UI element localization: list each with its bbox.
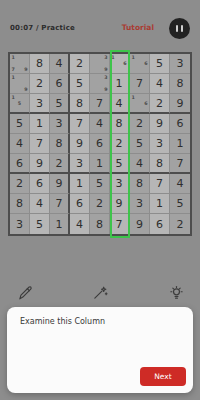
cell-r4c1[interactable]: 7 (30, 134, 50, 154)
cell-r4c8[interactable]: 1 (170, 134, 190, 154)
cell-r5c5[interactable]: 5 (110, 154, 130, 174)
cell-r4c5[interactable]: 2 (110, 134, 130, 154)
cell-r2c2[interactable]: 5 (50, 94, 70, 114)
tutorial-label[interactable]: Tutorial (122, 23, 154, 32)
wand-button[interactable] (90, 283, 110, 305)
cell-r3c2[interactable]: 3 (50, 114, 70, 134)
bottom-toolbar (0, 283, 200, 307)
cell-r6c5[interactable]: 3 (110, 174, 130, 194)
cell-r8c8[interactable]: 2 (170, 214, 190, 234)
timer-label: 00:07 / Practice (10, 24, 75, 32)
bulb-icon (168, 284, 185, 305)
cell-r8c3[interactable]: 4 (70, 214, 90, 234)
cell-r0c1[interactable]: 8 (30, 54, 50, 74)
cell-r3c4[interactable]: 4 (90, 114, 110, 134)
cell-r3c8[interactable]: 6 (170, 114, 190, 134)
cell-r8c6[interactable]: 9 (130, 214, 150, 234)
cell-r0c7[interactable]: 5 (150, 54, 170, 74)
cell-r4c2[interactable]: 8 (50, 134, 70, 154)
pencil-notes-r2c0: 15 (10, 94, 29, 112)
cell-r7c3[interactable]: 6 (70, 194, 90, 214)
cell-r3c6[interactable]: 2 (130, 114, 150, 134)
wand-icon (92, 284, 109, 305)
cell-r4c6[interactable]: 5 (130, 134, 150, 154)
pencil-notes-r0c4: 39 (90, 54, 109, 73)
cell-r0c3[interactable]: 2 (70, 54, 90, 74)
cell-r5c8[interactable]: 7 (170, 154, 190, 174)
cell-r2c7[interactable]: 2 (150, 94, 170, 114)
cell-r5c4[interactable]: 1 (90, 154, 110, 174)
pause-button[interactable] (169, 18, 190, 39)
pencil-button[interactable] (15, 283, 35, 305)
cell-r1c8[interactable]: 8 (170, 74, 190, 94)
cell-r7c8[interactable]: 5 (170, 194, 190, 214)
cell-r6c3[interactable]: 1 (70, 174, 90, 194)
cell-r8c7[interactable]: 6 (150, 214, 170, 234)
pencil-notes-r0c5: 16 (110, 54, 128, 73)
pencil-notes-r1c4: 39 (90, 74, 109, 93)
cell-r7c0[interactable]: 8 (10, 194, 30, 214)
cell-r7c4[interactable]: 2 (90, 194, 110, 214)
tutorial-message: Examine this Column (20, 317, 105, 326)
cell-r7c2[interactable]: 7 (50, 194, 70, 214)
cell-r0c2[interactable]: 4 (50, 54, 70, 74)
cell-r6c0[interactable]: 2 (10, 174, 30, 194)
hint-button[interactable] (166, 283, 186, 305)
top-bar: 00:07 / Practice Tutorial (0, 18, 200, 42)
cell-r7c5[interactable]: 9 (110, 194, 130, 214)
cell-r0c4[interactable]: 39 (90, 54, 110, 74)
cell-r2c4[interactable]: 7 (90, 94, 110, 114)
cell-r7c6[interactable]: 3 (130, 194, 150, 214)
cell-r2c8[interactable]: 9 (170, 94, 190, 114)
cell-r0c8[interactable]: 3 (170, 54, 190, 74)
cell-r6c4[interactable]: 5 (90, 174, 110, 194)
cell-r2c3[interactable]: 8 (70, 94, 90, 114)
cell-r5c1[interactable]: 9 (30, 154, 50, 174)
cell-r6c2[interactable]: 9 (50, 174, 70, 194)
cell-r7c1[interactable]: 4 (30, 194, 50, 214)
cell-r4c7[interactable]: 3 (150, 134, 170, 154)
cell-r2c0[interactable]: 15 (10, 94, 30, 114)
cell-r4c4[interactable]: 6 (90, 134, 110, 154)
cell-r1c6[interactable]: 7 (130, 74, 150, 94)
cell-r1c2[interactable]: 6 (50, 74, 70, 94)
cell-r6c7[interactable]: 7 (150, 174, 170, 194)
cell-r5c2[interactable]: 2 (50, 154, 70, 174)
cell-r5c0[interactable]: 6 (10, 154, 30, 174)
cell-r8c5[interactable]: 7 (110, 214, 130, 234)
cell-r8c0[interactable]: 3 (10, 214, 30, 234)
cell-r1c5[interactable]: 1 (110, 74, 130, 94)
cell-r3c0[interactable]: 5 (10, 114, 30, 134)
cell-r5c6[interactable]: 4 (130, 154, 150, 174)
pencil-notes-r0c6: 16 (130, 54, 149, 73)
pencil-notes-r1c0: 19 (10, 74, 29, 93)
cell-r1c7[interactable]: 4 (150, 74, 170, 94)
tutorial-card: Examine this Column Next (7, 307, 193, 393)
sudoku-board: 1798423916165319265391748153587416295137… (8, 52, 192, 236)
cell-r3c1[interactable]: 1 (30, 114, 50, 134)
cell-r6c1[interactable]: 6 (30, 174, 50, 194)
cell-r1c4[interactable]: 39 (90, 74, 110, 94)
pencil-notes-r2c6: 16 (130, 94, 149, 112)
cell-r5c3[interactable]: 3 (70, 154, 90, 174)
cell-r8c4[interactable]: 8 (90, 214, 110, 234)
cell-r0c6[interactable]: 16 (130, 54, 150, 74)
cell-r7c7[interactable]: 1 (150, 194, 170, 214)
cell-r3c3[interactable]: 7 (70, 114, 90, 134)
cell-r0c5[interactable]: 16 (110, 54, 130, 74)
pencil-notes-r0c0: 179 (10, 54, 29, 73)
cell-r6c6[interactable]: 8 (130, 174, 150, 194)
cell-r3c7[interactable]: 9 (150, 114, 170, 134)
pause-icon (176, 25, 183, 32)
cell-r8c1[interactable]: 5 (30, 214, 50, 234)
cell-r2c1[interactable]: 3 (30, 94, 50, 114)
cell-r2c6[interactable]: 16 (130, 94, 150, 114)
next-button[interactable]: Next (140, 367, 186, 386)
cell-r1c3[interactable]: 5 (70, 74, 90, 94)
cell-r1c0[interactable]: 19 (10, 74, 30, 94)
cell-r2c5[interactable]: 4 (110, 94, 130, 114)
cell-r1c1[interactable]: 2 (30, 74, 50, 94)
cell-r5c7[interactable]: 8 (150, 154, 170, 174)
cell-r8c2[interactable]: 1 (50, 214, 70, 234)
cell-r6c8[interactable]: 4 (170, 174, 190, 194)
cell-r4c0[interactable]: 4 (10, 134, 30, 154)
cell-r3c5[interactable]: 8 (110, 114, 130, 134)
cell-r0c0[interactable]: 179 (10, 54, 30, 74)
cell-r4c3[interactable]: 9 (70, 134, 90, 154)
pencil-icon (17, 284, 34, 305)
